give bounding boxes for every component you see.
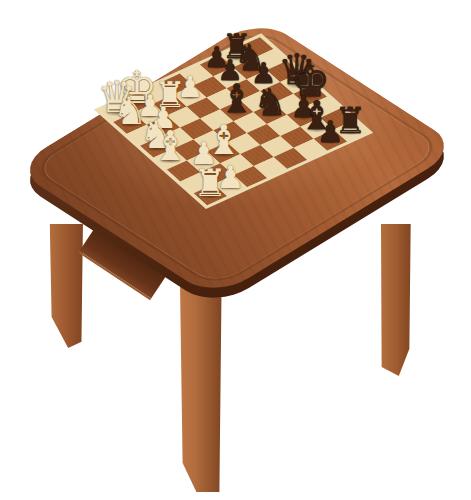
table-leg-back-right: [379, 224, 412, 376]
piece-shadow: [124, 101, 149, 108]
piece-shadow: [200, 194, 221, 200]
piece-shadow: [105, 110, 129, 117]
piece-shadow: [222, 185, 239, 190]
piece-shadow: [227, 56, 246, 61]
piece-shadow: [226, 109, 248, 115]
chess-table-photo: ♜♟♞♟♟♛♚♟♚♜♝♛♞♟♟♞♟♝♜♟♞♝♝♟♟♜: [0, 0, 471, 500]
piece-shadow: [159, 158, 182, 164]
table-leg-front: [178, 268, 224, 492]
piece-shadow: [260, 112, 281, 118]
piece-shadow: [298, 94, 322, 101]
piece-shadow: [146, 146, 167, 152]
piece-shadow: [195, 161, 212, 166]
piece-shadow: [120, 122, 141, 128]
table-leg-back-left: [48, 224, 84, 348]
piece-shadow: [306, 127, 328, 133]
